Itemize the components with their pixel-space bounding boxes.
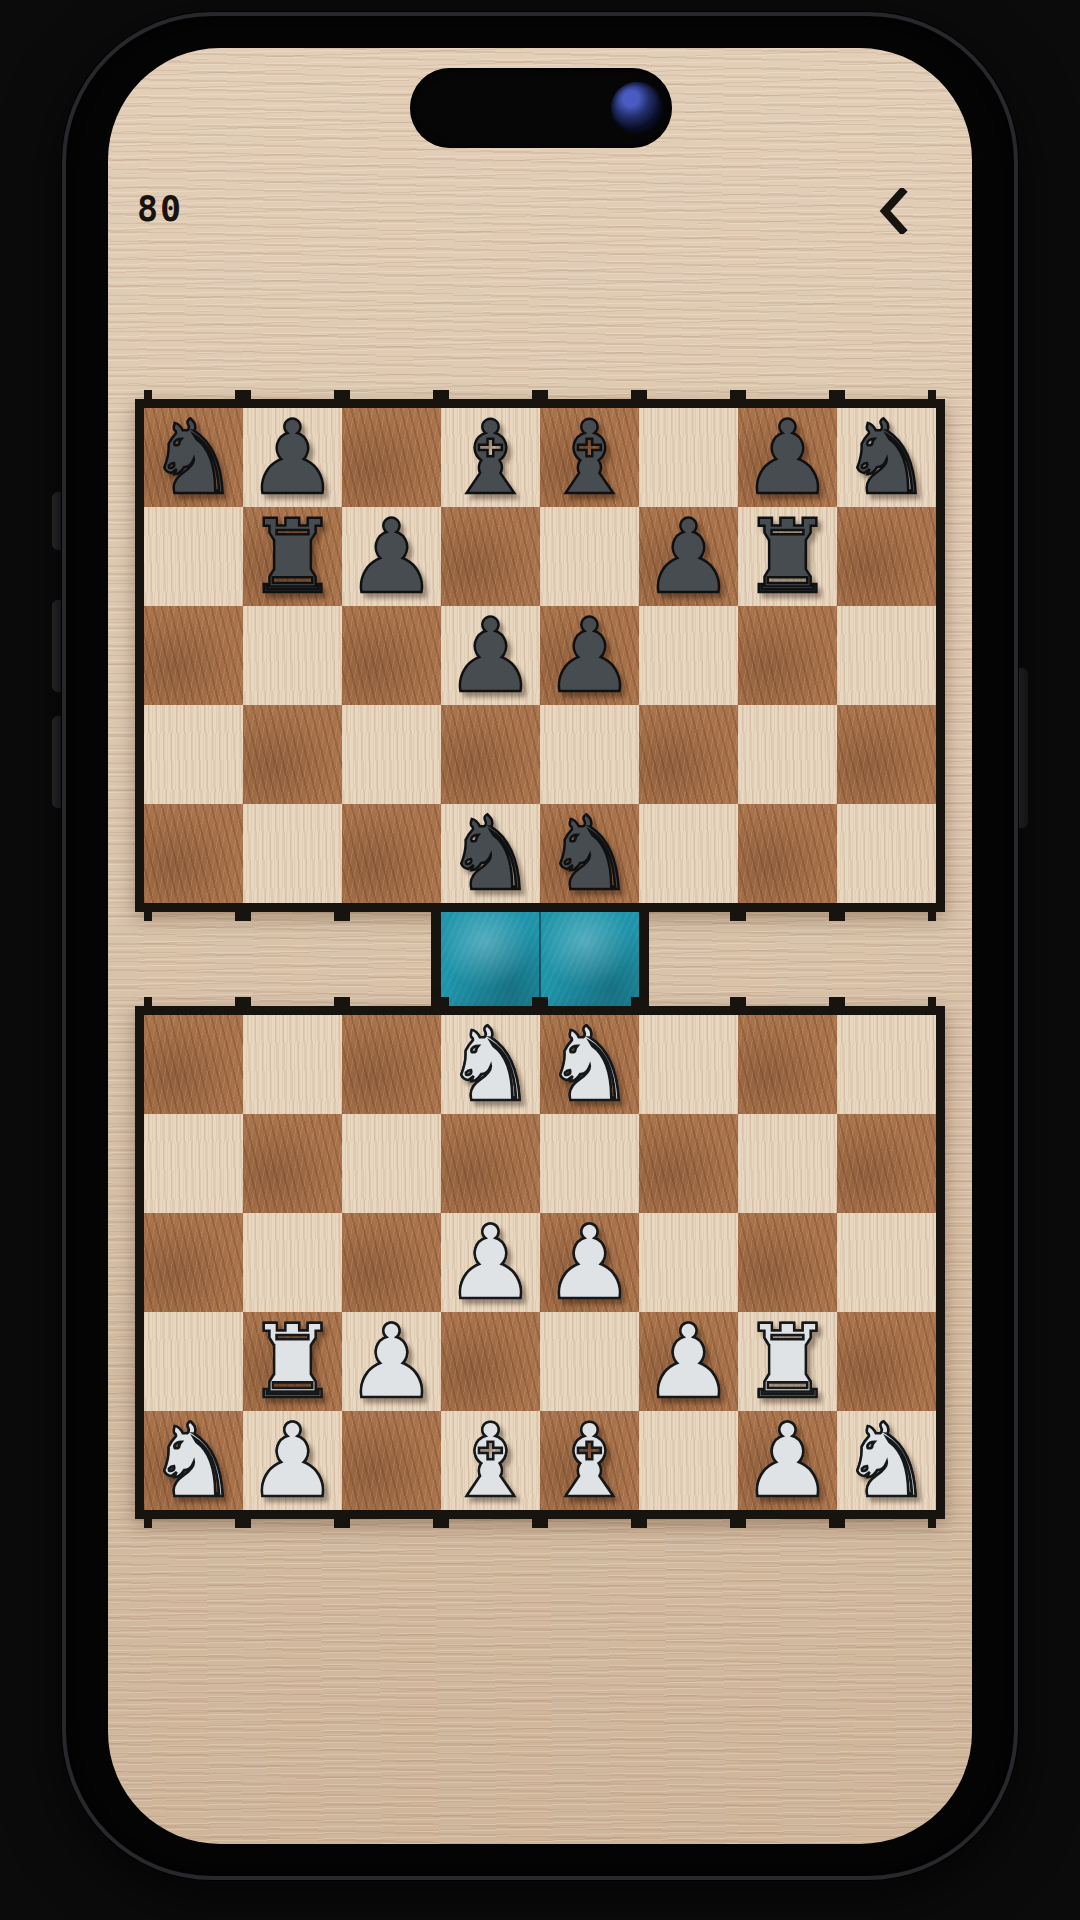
square[interactable]: ♟ bbox=[342, 507, 441, 606]
square[interactable] bbox=[837, 1114, 936, 1213]
square[interactable] bbox=[639, 606, 738, 705]
square[interactable] bbox=[441, 1114, 540, 1213]
dynamic-island bbox=[410, 68, 672, 148]
square[interactable]: ♝ bbox=[540, 408, 639, 507]
black-bishop: ♝ bbox=[445, 408, 536, 507]
level-indicator: 80 bbox=[137, 192, 183, 227]
square[interactable] bbox=[144, 804, 243, 903]
square[interactable] bbox=[342, 1411, 441, 1510]
square[interactable] bbox=[342, 1015, 441, 1114]
square[interactable] bbox=[540, 1312, 639, 1411]
black-rook: ♜ bbox=[247, 507, 338, 606]
white-bishop: ♝ bbox=[445, 1411, 536, 1510]
square[interactable]: ♞ bbox=[540, 1015, 639, 1114]
white-knight: ♞ bbox=[445, 1015, 536, 1114]
black-knight: ♞ bbox=[445, 804, 536, 903]
white-pawn: ♟ bbox=[742, 1411, 833, 1510]
square[interactable] bbox=[243, 1213, 342, 1312]
black-rook: ♜ bbox=[742, 507, 833, 606]
black-pawn: ♟ bbox=[742, 408, 833, 507]
square[interactable]: ♟ bbox=[540, 606, 639, 705]
square[interactable]: ♞ bbox=[837, 1411, 936, 1510]
square[interactable] bbox=[144, 1213, 243, 1312]
black-pawn: ♟ bbox=[643, 507, 734, 606]
square[interactable] bbox=[342, 1114, 441, 1213]
square[interactable]: ♟ bbox=[540, 1213, 639, 1312]
white-rook: ♜ bbox=[247, 1312, 338, 1411]
square[interactable]: ♞ bbox=[540, 804, 639, 903]
white-knight: ♞ bbox=[841, 1411, 932, 1510]
phone-frame: 80 ♞♟♝♝♟♞♜♟♟♜♟♟♞♞ ♞♞♟♟♜♟♟♜♞♟♝♝♟♞ bbox=[62, 12, 1018, 1880]
black-knight: ♞ bbox=[841, 408, 932, 507]
square[interactable] bbox=[144, 606, 243, 705]
square[interactable]: ♝ bbox=[441, 408, 540, 507]
square[interactable] bbox=[540, 507, 639, 606]
square[interactable] bbox=[441, 1312, 540, 1411]
square[interactable] bbox=[837, 1213, 936, 1312]
square[interactable] bbox=[639, 705, 738, 804]
white-bishop: ♝ bbox=[544, 1411, 635, 1510]
square[interactable]: ♝ bbox=[540, 1411, 639, 1510]
square[interactable]: ♞ bbox=[144, 408, 243, 507]
square[interactable]: ♞ bbox=[441, 804, 540, 903]
square[interactable]: ♟ bbox=[738, 1411, 837, 1510]
square[interactable]: ♝ bbox=[441, 1411, 540, 1510]
square[interactable] bbox=[441, 705, 540, 804]
square[interactable] bbox=[243, 1114, 342, 1213]
square[interactable]: ♟ bbox=[639, 1312, 738, 1411]
square[interactable] bbox=[639, 804, 738, 903]
square[interactable] bbox=[144, 1312, 243, 1411]
square[interactable]: ♜ bbox=[243, 1312, 342, 1411]
black-pawn: ♟ bbox=[544, 606, 635, 705]
square[interactable]: ♞ bbox=[144, 1411, 243, 1510]
square[interactable] bbox=[243, 804, 342, 903]
square[interactable] bbox=[837, 507, 936, 606]
black-pawn: ♟ bbox=[445, 606, 536, 705]
white-pawn: ♟ bbox=[445, 1213, 536, 1312]
white-knight: ♞ bbox=[148, 1411, 239, 1510]
black-knight: ♞ bbox=[544, 804, 635, 903]
square[interactable]: ♟ bbox=[243, 408, 342, 507]
board-border-notches bbox=[144, 1519, 936, 1528]
square[interactable]: ♟ bbox=[243, 1411, 342, 1510]
square[interactable]: ♞ bbox=[837, 408, 936, 507]
square[interactable] bbox=[738, 1015, 837, 1114]
square[interactable] bbox=[144, 1015, 243, 1114]
white-pawn: ♟ bbox=[247, 1411, 338, 1510]
square[interactable] bbox=[639, 1114, 738, 1213]
square[interactable] bbox=[738, 606, 837, 705]
square[interactable] bbox=[639, 408, 738, 507]
square[interactable] bbox=[342, 1213, 441, 1312]
top-board-grid: ♞♟♝♝♟♞♜♟♟♜♟♟♞♞ bbox=[144, 408, 936, 903]
back-button[interactable] bbox=[878, 188, 908, 234]
portal-square-left[interactable] bbox=[441, 912, 539, 1006]
square[interactable] bbox=[639, 1411, 738, 1510]
square[interactable] bbox=[738, 1213, 837, 1312]
front-camera bbox=[611, 82, 663, 134]
white-pawn: ♟ bbox=[544, 1213, 635, 1312]
square[interactable] bbox=[243, 705, 342, 804]
square[interactable] bbox=[441, 507, 540, 606]
square[interactable] bbox=[342, 408, 441, 507]
square[interactable] bbox=[639, 1015, 738, 1114]
square[interactable]: ♜ bbox=[243, 507, 342, 606]
square[interactable]: ♞ bbox=[441, 1015, 540, 1114]
square[interactable] bbox=[540, 1114, 639, 1213]
square[interactable]: ♜ bbox=[738, 1312, 837, 1411]
square[interactable]: ♟ bbox=[639, 507, 738, 606]
square[interactable] bbox=[837, 1312, 936, 1411]
square[interactable] bbox=[144, 1114, 243, 1213]
white-pawn: ♟ bbox=[346, 1312, 437, 1411]
square[interactable]: ♟ bbox=[441, 606, 540, 705]
chevron-left-icon bbox=[885, 192, 902, 230]
square[interactable] bbox=[540, 705, 639, 804]
app-screen: 80 ♞♟♝♝♟♞♜♟♟♜♟♟♞♞ ♞♞♟♟♜♟♟♜♞♟♝♝♟♞ bbox=[108, 48, 972, 1844]
square[interactable] bbox=[738, 705, 837, 804]
square[interactable]: ♟ bbox=[441, 1213, 540, 1312]
square[interactable] bbox=[837, 1015, 936, 1114]
square[interactable] bbox=[342, 606, 441, 705]
square[interactable] bbox=[837, 606, 936, 705]
bottom-board-white: ♞♞♟♟♜♟♟♜♞♟♝♝♟♞ bbox=[135, 1006, 945, 1519]
top-board-black: ♞♟♝♝♟♞♜♟♟♜♟♟♞♞ bbox=[135, 399, 945, 912]
square[interactable] bbox=[342, 804, 441, 903]
black-pawn: ♟ bbox=[346, 507, 437, 606]
square[interactable] bbox=[837, 705, 936, 804]
white-pawn: ♟ bbox=[643, 1312, 734, 1411]
square[interactable] bbox=[342, 705, 441, 804]
square[interactable] bbox=[144, 705, 243, 804]
square[interactable]: ♟ bbox=[342, 1312, 441, 1411]
square[interactable]: ♟ bbox=[738, 408, 837, 507]
white-rook: ♜ bbox=[742, 1312, 833, 1411]
portal-band bbox=[431, 912, 649, 1006]
black-bishop: ♝ bbox=[544, 408, 635, 507]
square[interactable] bbox=[243, 1015, 342, 1114]
white-knight: ♞ bbox=[544, 1015, 635, 1114]
square[interactable]: ♜ bbox=[738, 507, 837, 606]
square[interactable] bbox=[837, 804, 936, 903]
board-border-notches bbox=[144, 997, 936, 1006]
portal-square-right[interactable] bbox=[539, 912, 639, 1006]
square[interactable] bbox=[738, 804, 837, 903]
square[interactable] bbox=[144, 507, 243, 606]
black-pawn: ♟ bbox=[247, 408, 338, 507]
square[interactable] bbox=[639, 1213, 738, 1312]
square[interactable] bbox=[738, 1114, 837, 1213]
bottom-board-grid: ♞♞♟♟♜♟♟♜♞♟♝♝♟♞ bbox=[144, 1015, 936, 1510]
square[interactable] bbox=[243, 606, 342, 705]
black-knight: ♞ bbox=[148, 408, 239, 507]
